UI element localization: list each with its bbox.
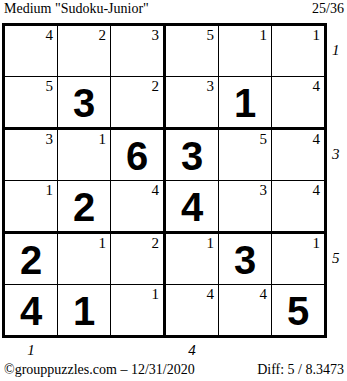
sudoku-board: 423511532314316354124434212131411445: [2, 23, 327, 338]
pencil-mark: 4: [152, 182, 160, 199]
given-digit: 2: [20, 240, 42, 280]
cell-r2c3[interactable]: 2: [111, 77, 166, 130]
pencil-mark: 5: [207, 27, 215, 44]
cell-r2c4[interactable]: 3: [166, 77, 219, 130]
cell-r4c4[interactable]: 4: [166, 181, 219, 234]
cell-r5c3[interactable]: 2: [111, 234, 166, 285]
puzzle-page: Medium "Sudoku-Junior" 25/36 42351153231…: [0, 0, 347, 381]
cell-r2c5[interactable]: 1: [219, 77, 272, 130]
cell-r5c6[interactable]: 1: [272, 234, 324, 285]
pencil-mark: 3: [207, 78, 215, 95]
pencil-mark: 1: [46, 182, 54, 199]
cell-r5c2[interactable]: 1: [58, 234, 111, 285]
pencil-mark: 4: [207, 286, 215, 303]
cell-r2c2[interactable]: 3: [58, 77, 111, 130]
cell-r1c1[interactable]: 4: [5, 26, 58, 77]
header: Medium "Sudoku-Junior" 25/36: [4, 0, 344, 17]
pencil-mark: 4: [260, 286, 268, 303]
given-digit: 5: [287, 291, 309, 331]
cell-r1c6[interactable]: 1: [272, 26, 324, 77]
pencil-mark: 4: [46, 27, 54, 44]
cell-r3c4[interactable]: 3: [166, 130, 219, 181]
given-digit: 1: [73, 291, 95, 331]
given-digit: 3: [234, 240, 256, 280]
difficulty-text: Diff: 5 / 8.3473: [257, 361, 344, 378]
given-digit: 3: [181, 136, 203, 176]
cell-r3c1[interactable]: 3: [5, 130, 58, 181]
cell-r4c6[interactable]: 4: [272, 181, 324, 234]
row-label-3: 3: [332, 147, 340, 162]
col-label-4: 4: [188, 343, 196, 358]
pencil-mark: 1: [313, 27, 321, 44]
cell-r3c2[interactable]: 1: [58, 130, 111, 181]
pencil-mark: 3: [46, 131, 54, 148]
pencil-mark: 5: [46, 78, 54, 95]
cell-r5c1[interactable]: 2: [5, 234, 58, 285]
cell-r6c6[interactable]: 5: [272, 285, 324, 335]
cell-r3c5[interactable]: 5: [219, 130, 272, 181]
cell-r5c4[interactable]: 1: [166, 234, 219, 285]
pencil-mark: 2: [152, 235, 160, 252]
col-label-1: 1: [27, 343, 35, 358]
cell-r6c2[interactable]: 1: [58, 285, 111, 335]
copyright-text: ©grouppuzzles.com – 12/31/2020: [4, 361, 195, 378]
cell-r4c1[interactable]: 1: [5, 181, 58, 234]
pencil-mark: 1: [99, 131, 107, 148]
puzzle-counter: 25/36: [312, 0, 344, 17]
cell-r6c3[interactable]: 1: [111, 285, 166, 335]
row-label-5: 5: [332, 251, 340, 266]
given-digit: 6: [126, 136, 148, 176]
cell-r1c4[interactable]: 5: [166, 26, 219, 77]
pencil-mark: 1: [152, 286, 160, 303]
cell-r6c4[interactable]: 4: [166, 285, 219, 335]
given-digit: 2: [73, 187, 95, 227]
footer: ©grouppuzzles.com – 12/31/2020 Diff: 5 /…: [4, 361, 344, 378]
pencil-mark: 2: [152, 78, 160, 95]
cell-r4c2[interactable]: 2: [58, 181, 111, 234]
cell-r1c3[interactable]: 3: [111, 26, 166, 77]
pencil-mark: 4: [313, 131, 321, 148]
cell-r2c6[interactable]: 4: [272, 77, 324, 130]
given-digit: 3: [73, 83, 95, 123]
cell-r4c3[interactable]: 4: [111, 181, 166, 234]
pencil-mark: 3: [152, 27, 160, 44]
cell-r6c5[interactable]: 4: [219, 285, 272, 335]
pencil-mark: 1: [260, 27, 268, 44]
pencil-mark: 4: [313, 182, 321, 199]
cell-r5c5[interactable]: 3: [219, 234, 272, 285]
cell-r1c5[interactable]: 1: [219, 26, 272, 77]
pencil-mark: 3: [260, 182, 268, 199]
row-label-1: 1: [332, 43, 340, 58]
puzzle-title: Medium "Sudoku-Junior": [4, 0, 149, 17]
cell-r6c1[interactable]: 4: [5, 285, 58, 335]
pencil-mark: 1: [207, 235, 215, 252]
given-digit: 1: [234, 83, 256, 123]
pencil-mark: 1: [99, 235, 107, 252]
cell-r1c2[interactable]: 2: [58, 26, 111, 77]
cell-r3c6[interactable]: 4: [272, 130, 324, 181]
pencil-mark: 2: [99, 27, 107, 44]
cell-r4c5[interactable]: 3: [219, 181, 272, 234]
given-digit: 4: [181, 187, 203, 227]
pencil-mark: 4: [313, 78, 321, 95]
pencil-mark: 5: [260, 131, 268, 148]
cell-r2c1[interactable]: 5: [5, 77, 58, 130]
given-digit: 4: [20, 291, 42, 331]
cell-r3c3[interactable]: 6: [111, 130, 166, 181]
pencil-mark: 1: [313, 235, 321, 252]
